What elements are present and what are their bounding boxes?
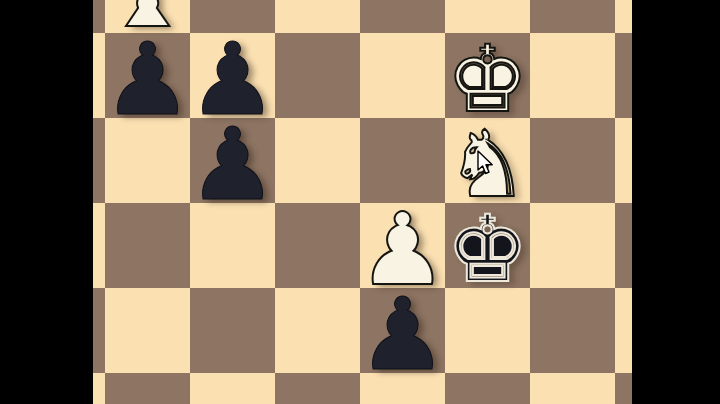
black-pawn[interactable]: ♟ [188,122,278,207]
letterbox-left [0,0,93,404]
square-d3[interactable] [275,288,360,373]
square-f2[interactable] [445,373,530,404]
square-g4[interactable] [530,203,615,288]
chess-board: ♝♟♟♚♟♞♟♚♟ [20,0,700,404]
black-king[interactable]: ♚ [446,207,528,292]
square-e7[interactable] [360,0,445,33]
white-king[interactable]: ♚ [446,37,528,122]
square-e3[interactable]: ♟ [360,288,445,373]
square-c2[interactable] [190,373,275,404]
square-b3[interactable] [105,288,190,373]
square-d4[interactable] [275,203,360,288]
square-b4[interactable] [105,203,190,288]
black-pawn[interactable]: ♟ [103,37,193,122]
square-b2[interactable] [105,373,190,404]
square-c5[interactable]: ♟ [190,118,275,203]
square-g5[interactable] [530,118,615,203]
square-d2[interactable] [275,373,360,404]
square-d5[interactable] [275,118,360,203]
square-d7[interactable] [275,0,360,33]
square-g7[interactable] [530,0,615,33]
square-g3[interactable] [530,288,615,373]
black-pawn[interactable]: ♟ [358,292,448,377]
square-d6[interactable] [275,33,360,118]
square-c3[interactable] [190,288,275,373]
letterbox-right [632,0,720,404]
mouse-cursor-icon [476,150,496,176]
square-f6[interactable]: ♚ [445,33,530,118]
square-b6[interactable]: ♟ [105,33,190,118]
square-g2[interactable] [530,373,615,404]
square-g6[interactable] [530,33,615,118]
square-f4[interactable]: ♚ [445,203,530,288]
square-e6[interactable] [360,33,445,118]
video-frame: ♝♟♟♚♟♞♟♚♟ [0,0,720,404]
